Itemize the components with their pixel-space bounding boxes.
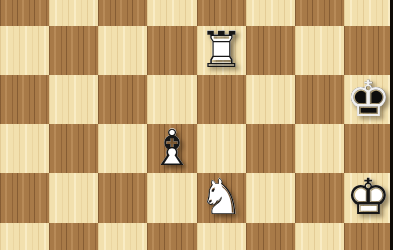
square-a3[interactable] <box>0 173 49 222</box>
square-b2[interactable] <box>49 223 98 250</box>
square-c2[interactable] <box>98 223 147 250</box>
square-d5[interactable] <box>147 75 196 124</box>
square-a7[interactable] <box>0 0 49 26</box>
square-d4[interactable]: ♝♗ <box>147 124 196 173</box>
square-c7[interactable] <box>98 0 147 26</box>
square-e3[interactable]: ♞♘ <box>197 173 246 222</box>
chess-board: ♜♖♚♔♝♗♞♘♚♔ <box>0 0 393 250</box>
square-c4[interactable] <box>98 124 147 173</box>
square-b7[interactable] <box>49 0 98 26</box>
square-f4[interactable] <box>246 124 295 173</box>
square-h4[interactable] <box>344 124 393 173</box>
square-g5[interactable] <box>295 75 344 124</box>
square-e4[interactable] <box>197 124 246 173</box>
square-c6[interactable] <box>98 26 147 75</box>
square-c3[interactable] <box>98 173 147 222</box>
square-d7[interactable] <box>147 0 196 26</box>
square-b4[interactable] <box>49 124 98 173</box>
square-a4[interactable] <box>0 124 49 173</box>
square-d2[interactable] <box>147 223 196 250</box>
square-g4[interactable] <box>295 124 344 173</box>
square-h2[interactable] <box>344 223 393 250</box>
white-rook-icon[interactable]: ♜♖ <box>197 26 246 75</box>
white-knight-outline: ♘ <box>199 172 244 222</box>
square-a5[interactable] <box>0 75 49 124</box>
square-e6[interactable]: ♜♖ <box>197 26 246 75</box>
square-h5[interactable]: ♚♔ <box>344 75 393 124</box>
chess-board-viewport: ♜♖♚♔♝♗♞♘♚♔ <box>0 0 393 250</box>
square-a6[interactable] <box>0 26 49 75</box>
white-bishop-outline: ♗ <box>150 123 195 173</box>
square-g2[interactable] <box>295 223 344 250</box>
square-e2[interactable] <box>197 223 246 250</box>
square-h6[interactable] <box>344 26 393 75</box>
square-b6[interactable] <box>49 26 98 75</box>
white-king-icon[interactable]: ♚♔ <box>344 173 393 222</box>
square-e5[interactable] <box>197 75 246 124</box>
square-h7[interactable] <box>344 0 393 26</box>
white-bishop-icon[interactable]: ♝♗ <box>147 124 196 173</box>
square-b5[interactable] <box>49 75 98 124</box>
square-f5[interactable] <box>246 75 295 124</box>
square-f6[interactable] <box>246 26 295 75</box>
white-king-outline: ♔ <box>346 172 391 222</box>
black-king-icon[interactable]: ♚♔ <box>344 75 393 124</box>
square-g3[interactable] <box>295 173 344 222</box>
square-g7[interactable] <box>295 0 344 26</box>
square-f7[interactable] <box>246 0 295 26</box>
white-rook-outline: ♖ <box>199 25 244 75</box>
square-a2[interactable] <box>0 223 49 250</box>
square-b3[interactable] <box>49 173 98 222</box>
square-g6[interactable] <box>295 26 344 75</box>
square-f2[interactable] <box>246 223 295 250</box>
square-f3[interactable] <box>246 173 295 222</box>
square-c5[interactable] <box>98 75 147 124</box>
white-knight-icon[interactable]: ♞♘ <box>197 173 246 222</box>
square-h3[interactable]: ♚♔ <box>344 173 393 222</box>
square-d3[interactable] <box>147 173 196 222</box>
black-king-outline: ♔ <box>346 74 391 124</box>
square-d6[interactable] <box>147 26 196 75</box>
